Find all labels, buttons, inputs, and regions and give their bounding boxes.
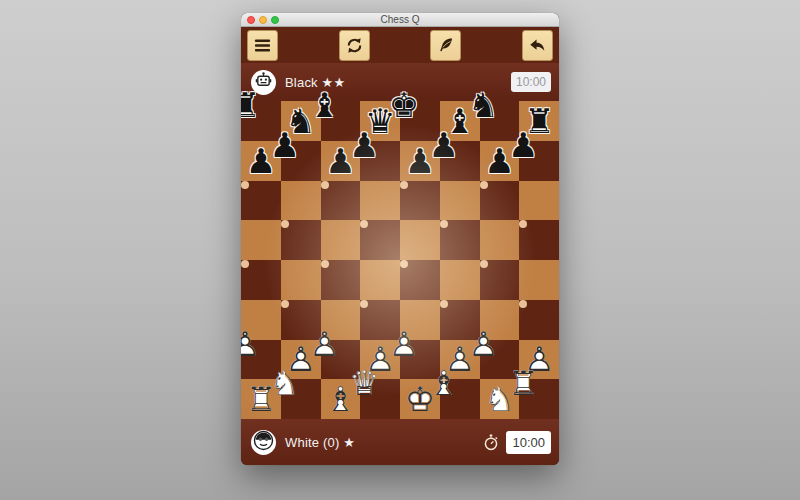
face-icon xyxy=(253,430,274,455)
black-rook[interactable]: ♜ xyxy=(241,88,260,122)
square-g2[interactable]: ♟♙ xyxy=(480,340,488,348)
black-clock: 10:00 xyxy=(511,72,551,92)
square-f5[interactable] xyxy=(440,220,448,228)
feather-icon xyxy=(437,36,455,54)
white-player-label: White (0) ★ xyxy=(285,435,355,450)
menu-button[interactable] xyxy=(247,30,278,61)
square-f1[interactable]: ♝♗ xyxy=(440,379,448,387)
white-clock: 10:00 xyxy=(506,431,551,454)
refresh-icon xyxy=(345,36,364,55)
app-content: Black ★★ 10:00 ♜♞♝♛♚♝♞♜♟♟♟♟♟♟♟♟♟♙♟♙♟♙♟♙♟… xyxy=(241,27,559,465)
square-d6[interactable] xyxy=(360,181,400,221)
white-avatar xyxy=(251,430,276,455)
white-bishop[interactable]: ♝♗ xyxy=(429,366,459,400)
square-d7[interactable]: ♟ xyxy=(360,141,368,149)
black-pawn[interactable]: ♟ xyxy=(270,128,300,162)
stopwatch-icon xyxy=(483,434,499,451)
square-h3[interactable] xyxy=(519,300,527,308)
white-pawn[interactable]: ♟♙ xyxy=(468,327,498,361)
square-g4[interactable] xyxy=(480,260,488,268)
undo-icon xyxy=(528,37,547,54)
square-h5[interactable] xyxy=(519,220,527,228)
edit-button[interactable] xyxy=(430,30,461,61)
white-queen[interactable]: ♛♕ xyxy=(349,366,379,400)
square-e2[interactable]: ♟♙ xyxy=(400,340,408,348)
square-b7[interactable]: ♟ xyxy=(281,141,289,149)
black-bishop[interactable]: ♝ xyxy=(309,88,339,122)
square-f7[interactable]: ♟ xyxy=(440,141,448,149)
white-player-bar: White (0) ★ 10:00 xyxy=(241,419,559,465)
chess-board[interactable]: ♜♞♝♛♚♝♞♜♟♟♟♟♟♟♟♟♟♙♟♙♟♙♟♙♟♙♟♙♟♙♟♙♜♖♞♘♝♗♛♕… xyxy=(241,101,559,419)
square-f6[interactable] xyxy=(440,181,480,221)
square-c4[interactable] xyxy=(321,260,329,268)
square-e4[interactable] xyxy=(400,260,408,268)
square-f4[interactable] xyxy=(440,260,480,300)
black-pawn[interactable]: ♟ xyxy=(429,128,459,162)
white-pawn[interactable]: ♟♙ xyxy=(309,327,339,361)
menu-icon xyxy=(254,38,271,53)
black-pawn[interactable]: ♟ xyxy=(508,128,538,162)
undo-button[interactable] xyxy=(522,30,553,61)
title-bar[interactable]: Chess Q xyxy=(241,13,559,27)
square-d3[interactable] xyxy=(360,300,368,308)
white-pawn[interactable]: ♟♙ xyxy=(389,327,419,361)
square-f3[interactable] xyxy=(440,300,448,308)
app-window: Chess Q xyxy=(241,13,559,465)
board-area: ♜♞♝♛♚♝♞♜♟♟♟♟♟♟♟♟♟♙♟♙♟♙♟♙♟♙♟♙♟♙♟♙♜♖♞♘♝♗♛♕… xyxy=(241,101,559,419)
square-g6[interactable] xyxy=(480,181,488,189)
square-d5[interactable] xyxy=(360,220,368,228)
white-rook[interactable]: ♜♖ xyxy=(508,366,538,400)
square-c5[interactable] xyxy=(321,220,361,260)
white-pawn[interactable]: ♟♙ xyxy=(241,327,260,361)
square-e6[interactable] xyxy=(400,181,408,189)
refresh-button[interactable] xyxy=(339,30,370,61)
square-d1[interactable]: ♛♕ xyxy=(360,379,368,387)
square-b3[interactable] xyxy=(281,300,289,308)
white-knight[interactable]: ♞♘ xyxy=(270,366,300,400)
square-b1[interactable]: ♞♘ xyxy=(281,379,289,387)
square-h6[interactable] xyxy=(519,181,559,221)
square-c8[interactable]: ♝ xyxy=(321,101,329,109)
square-d4[interactable] xyxy=(360,260,400,300)
square-a2[interactable]: ♟♙ xyxy=(241,340,249,348)
square-a8[interactable]: ♜ xyxy=(241,101,249,109)
square-a4[interactable] xyxy=(241,260,249,268)
square-a5[interactable] xyxy=(241,220,281,260)
square-b6[interactable] xyxy=(281,181,321,221)
square-h7[interactable]: ♟ xyxy=(519,141,527,149)
window-title: Chess Q xyxy=(241,13,559,27)
square-b5[interactable] xyxy=(281,220,289,228)
square-e8[interactable]: ♚ xyxy=(400,101,408,109)
square-a6[interactable] xyxy=(241,181,249,189)
black-knight[interactable]: ♞ xyxy=(468,88,498,122)
black-king[interactable]: ♚ xyxy=(389,88,419,122)
square-c6[interactable] xyxy=(321,181,329,189)
square-h4[interactable] xyxy=(519,260,559,300)
square-e5[interactable] xyxy=(400,220,440,260)
square-g5[interactable] xyxy=(480,220,520,260)
square-g8[interactable]: ♞ xyxy=(480,101,488,109)
toolbar xyxy=(241,27,559,63)
square-h1[interactable]: ♜♖ xyxy=(519,379,527,387)
square-c2[interactable]: ♟♙ xyxy=(321,340,329,348)
black-pawn[interactable]: ♟ xyxy=(349,128,379,162)
square-b4[interactable] xyxy=(281,260,321,300)
